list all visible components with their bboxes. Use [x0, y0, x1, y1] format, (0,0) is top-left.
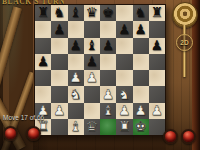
chess-board: ♜♞♝♛♚♞♜♟♟♟♟♝♟♟♟♟♟♟♞♟♞♟♟♝♟♟♟♜♝♛♜♚: [34, 4, 166, 136]
square-e8[interactable]: ♚: [100, 5, 116, 21]
black-queen-d8: ♛: [86, 6, 98, 20]
white-rook-f1: ♜: [118, 120, 130, 134]
square-b6[interactable]: [51, 38, 67, 54]
square-c1[interactable]: ♝: [68, 119, 84, 135]
black-king-e8: ♚: [102, 6, 114, 20]
square-g8[interactable]: ♞: [133, 5, 149, 21]
black-pawn-c6: ♟: [70, 39, 82, 53]
square-e1[interactable]: [100, 119, 116, 135]
square-c4[interactable]: ♟: [68, 70, 84, 86]
black-pawn-b7: ♟: [53, 23, 65, 37]
black-rook-h8: ♜: [151, 6, 163, 20]
square-h8[interactable]: ♜: [149, 5, 165, 21]
white-king-g1: ♚: [135, 120, 147, 134]
white-bishop-e2: ♝: [102, 104, 114, 118]
square-b5[interactable]: [51, 54, 67, 70]
white-knight-f3: ♞: [118, 88, 130, 102]
white-queen-d1: ♛: [86, 120, 98, 134]
square-g6[interactable]: [133, 38, 149, 54]
square-g2[interactable]: ♟: [133, 103, 149, 119]
square-h7[interactable]: [149, 21, 165, 37]
white-pawn-f2: ♟: [118, 104, 130, 118]
move-counter: Move 17 of 66: [3, 114, 44, 121]
square-e2[interactable]: ♝: [100, 103, 116, 119]
black-bishop-d6: ♝: [86, 39, 98, 53]
square-b4[interactable]: [51, 70, 67, 86]
white-pawn-d4: ♟: [86, 71, 98, 85]
square-a5[interactable]: ♟: [35, 54, 51, 70]
square-h4[interactable]: [149, 70, 165, 86]
square-e4[interactable]: [100, 70, 116, 86]
square-f7[interactable]: ♟: [116, 21, 132, 37]
square-h2[interactable]: ♟: [149, 103, 165, 119]
square-d3[interactable]: [84, 86, 100, 102]
square-b8[interactable]: ♞: [51, 5, 67, 21]
square-c2[interactable]: [68, 103, 84, 119]
square-h6[interactable]: ♟: [149, 38, 165, 54]
white-pawn-e3: ♟: [102, 88, 114, 102]
square-g4[interactable]: [133, 70, 149, 86]
nav-back-button[interactable]: [3, 126, 18, 141]
square-f8[interactable]: [116, 5, 132, 21]
square-b2[interactable]: ♟: [51, 103, 67, 119]
wood-beam: [0, 6, 22, 87]
square-d1[interactable]: ♛: [84, 119, 100, 135]
square-e6[interactable]: ♟: [100, 38, 116, 54]
white-knight-c3: ♞: [70, 88, 82, 102]
square-a6[interactable]: [35, 38, 51, 54]
square-h1[interactable]: [149, 119, 165, 135]
turn-indicator: BLACK'S TURN: [2, 0, 65, 6]
black-pawn-e6: ♟: [102, 39, 114, 53]
white-pawn-c4: ♟: [70, 71, 82, 85]
black-knight-g8: ♞: [135, 6, 147, 20]
square-f5[interactable]: [116, 54, 132, 70]
white-pawn-g2: ♟: [135, 104, 147, 118]
square-a8[interactable]: ♜: [35, 5, 51, 21]
square-e5[interactable]: [100, 54, 116, 70]
square-b7[interactable]: ♟: [51, 21, 67, 37]
square-f1[interactable]: ♜: [116, 119, 132, 135]
square-c3[interactable]: ♞: [68, 86, 84, 102]
square-d4[interactable]: ♟: [84, 70, 100, 86]
square-b3[interactable]: [51, 86, 67, 102]
black-pawn-g7: ♟: [135, 23, 147, 37]
view-2d-button[interactable]: 2D: [176, 34, 193, 51]
game-window: ♜♞♝♛♚♞♜♟♟♟♟♝♟♟♟♟♟♟♞♟♞♟♟♝♟♟♟♜♝♛♜♚ BLACK'S…: [0, 0, 200, 150]
square-f2[interactable]: ♟: [116, 103, 132, 119]
white-pawn-h2: ♟: [151, 104, 163, 118]
square-a7[interactable]: [35, 21, 51, 37]
square-d7[interactable]: [84, 21, 100, 37]
black-pawn-d5: ♟: [86, 55, 98, 69]
square-c6[interactable]: ♟: [68, 38, 84, 54]
square-f4[interactable]: [116, 70, 132, 86]
aux-button-1[interactable]: [163, 129, 178, 144]
square-g5[interactable]: [133, 54, 149, 70]
square-e3[interactable]: ♟: [100, 86, 116, 102]
white-pawn-b2: ♟: [53, 104, 65, 118]
square-c5[interactable]: [68, 54, 84, 70]
aux-button-2[interactable]: [181, 129, 196, 144]
black-pawn-f7: ♟: [118, 23, 130, 37]
scepter-rod: [183, 25, 186, 77]
nav-forward-button[interactable]: [26, 126, 41, 141]
square-d8[interactable]: ♛: [84, 5, 100, 21]
square-c8[interactable]: ♝: [68, 5, 84, 21]
square-d5[interactable]: ♟: [84, 54, 100, 70]
square-g3[interactable]: [133, 86, 149, 102]
square-e7[interactable]: [100, 21, 116, 37]
square-f6[interactable]: [116, 38, 132, 54]
square-h3[interactable]: [149, 86, 165, 102]
square-g1[interactable]: ♚: [133, 119, 149, 135]
black-knight-b8: ♞: [53, 6, 65, 20]
square-a3[interactable]: [35, 86, 51, 102]
square-f3[interactable]: ♞: [116, 86, 132, 102]
square-a4[interactable]: [35, 70, 51, 86]
square-d2[interactable]: [84, 103, 100, 119]
black-pawn-a5: ♟: [37, 55, 49, 69]
white-bishop-c1: ♝: [70, 120, 82, 134]
square-g7[interactable]: ♟: [133, 21, 149, 37]
black-pawn-h6: ♟: [151, 39, 163, 53]
square-b1[interactable]: [51, 119, 67, 135]
square-d6[interactable]: ♝: [84, 38, 100, 54]
black-bishop-c8: ♝: [70, 6, 82, 20]
black-rook-a8: ♜: [37, 6, 49, 20]
square-h5[interactable]: [149, 54, 165, 70]
square-c7[interactable]: [68, 21, 84, 37]
